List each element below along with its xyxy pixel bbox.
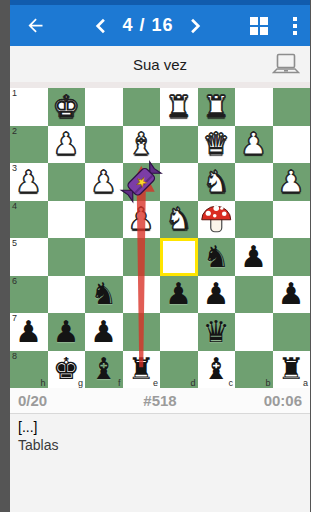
black-pawn: ♟ — [10, 313, 48, 351]
square-a6[interactable]: ♟ — [273, 276, 311, 314]
turn-banner-text: Sua vez — [133, 56, 187, 73]
file-label-a: a — [303, 378, 308, 388]
square-b1[interactable] — [235, 88, 273, 126]
square-b6[interactable] — [235, 276, 273, 314]
chevron-left-icon — [91, 16, 111, 36]
prev-position-button[interactable] — [88, 9, 114, 43]
square-b8[interactable]: b — [235, 351, 273, 389]
square-g2[interactable]: ♟ — [48, 126, 86, 164]
square-b5[interactable]: ♟ — [235, 238, 273, 276]
square-f5[interactable] — [85, 238, 123, 276]
square-g5[interactable] — [48, 238, 86, 276]
black-rook: ♜ — [273, 351, 311, 389]
square-g7[interactable]: ♟ — [48, 313, 86, 351]
square-a7[interactable] — [273, 313, 311, 351]
square-a5[interactable] — [273, 238, 311, 276]
rank-label-4: 4 — [12, 201, 17, 211]
back-button[interactable] — [20, 9, 50, 43]
square-g4[interactable] — [48, 201, 86, 239]
square-a3[interactable]: ♟ — [273, 163, 311, 201]
black-pawn: ♟ — [160, 276, 198, 314]
square-g8[interactable]: ♚g — [48, 351, 86, 389]
arrow-left-icon — [25, 15, 46, 36]
black-rook: ♜ — [123, 351, 161, 389]
square-c7[interactable]: ♛ — [198, 313, 236, 351]
white-pawn: ♟ — [235, 126, 273, 164]
square-f1[interactable] — [85, 88, 123, 126]
square-c3[interactable]: ♞ — [198, 163, 236, 201]
square-g1[interactable]: ♚ — [48, 88, 86, 126]
square-f4[interactable] — [85, 201, 123, 239]
square-h5[interactable]: 5 — [10, 238, 48, 276]
white-knight: ♞ — [198, 163, 236, 201]
square-h3[interactable]: ♟3 — [10, 163, 48, 201]
square-b4[interactable] — [235, 201, 273, 239]
app-screen: 4 / 16 Sua vez 1♚♜♜2♟♝♛♟♟3♟♞♟4♟♞5♞♟6♞♟♟♟… — [10, 0, 310, 512]
black-pawn: ♟ — [273, 276, 311, 314]
square-b2[interactable]: ♟ — [235, 126, 273, 164]
square-d5[interactable] — [160, 238, 198, 276]
square-e7[interactable] — [123, 313, 161, 351]
rank-label-3: 3 — [12, 163, 17, 173]
square-d1[interactable]: ♜ — [160, 88, 198, 126]
file-label-h: h — [40, 378, 45, 388]
turn-banner: Sua vez — [10, 46, 310, 82]
engine-button[interactable] — [272, 53, 300, 79]
square-d2[interactable] — [160, 126, 198, 164]
square-h4[interactable]: 4 — [10, 201, 48, 239]
laptop-icon — [272, 53, 300, 75]
rank-label-5: 5 — [12, 238, 17, 248]
square-b3[interactable] — [235, 163, 273, 201]
square-h6[interactable]: 6 — [10, 276, 48, 314]
square-g6[interactable] — [48, 276, 86, 314]
square-d3[interactable] — [160, 163, 198, 201]
square-d6[interactable]: ♟ — [160, 276, 198, 314]
square-d4[interactable]: ♞ — [160, 201, 198, 239]
square-c8[interactable]: ♝c — [198, 351, 236, 389]
square-g3[interactable] — [48, 163, 86, 201]
square-f7[interactable]: ♟ — [85, 313, 123, 351]
white-knight: ♞ — [160, 201, 198, 239]
rank-label-6: 6 — [12, 276, 17, 286]
white-queen: ♛ — [198, 126, 236, 164]
square-b7[interactable] — [235, 313, 273, 351]
square-f3[interactable]: ♟ — [85, 163, 123, 201]
timer-text: 00:06 — [207, 392, 310, 409]
white-pawn: ♟ — [123, 201, 161, 239]
black-king: ♚ — [48, 351, 86, 389]
white-rook: ♜ — [198, 88, 236, 126]
white-bishop: ♝ — [123, 126, 161, 164]
white-pawn: ♟ — [273, 163, 311, 201]
square-f6[interactable]: ♞ — [85, 276, 123, 314]
file-label-b: b — [265, 378, 270, 388]
moves-panel: [...] Tablas — [10, 414, 310, 512]
grid-icon — [250, 17, 268, 35]
black-pawn: ♟ — [198, 276, 236, 314]
chevron-right-icon — [185, 16, 205, 36]
kebab-menu-icon — [293, 17, 297, 35]
square-a1[interactable] — [273, 88, 311, 126]
black-pawn: ♟ — [85, 313, 123, 351]
black-knight: ♞ — [85, 276, 123, 314]
square-d8[interactable]: d — [160, 351, 198, 389]
black-bishop: ♝ — [85, 351, 123, 389]
position-counter: 4 / 16 — [122, 15, 173, 36]
app-bar: 4 / 16 — [10, 5, 310, 46]
square-e2[interactable]: ♝ — [123, 126, 161, 164]
square-e4[interactable]: ♟ — [123, 201, 161, 239]
square-h2[interactable]: 2 — [10, 126, 48, 164]
square-e5[interactable] — [123, 238, 161, 276]
square-a2[interactable] — [273, 126, 311, 164]
square-c1[interactable]: ♜ — [198, 88, 236, 126]
square-e6[interactable] — [123, 276, 161, 314]
moves-ellipsis-item[interactable]: [...] — [18, 418, 302, 436]
rank-label-2: 2 — [12, 126, 17, 136]
file-label-d: d — [190, 378, 195, 388]
black-pawn: ♟ — [235, 238, 273, 276]
position-list-button[interactable] — [246, 9, 272, 43]
square-c5[interactable]: ♞ — [198, 238, 236, 276]
rank-label-8: 8 — [12, 351, 17, 361]
file-label-f: f — [118, 378, 121, 388]
white-pawn: ♟ — [48, 126, 86, 164]
next-position-button[interactable] — [182, 9, 208, 43]
black-queen: ♛ — [198, 313, 236, 351]
square-h8[interactable]: 8h — [10, 351, 48, 389]
square-a4[interactable] — [273, 201, 311, 239]
square-e8[interactable]: ♜e — [123, 351, 161, 389]
square-h7[interactable]: ♟7 — [10, 313, 48, 351]
black-bishop: ♝ — [198, 351, 236, 389]
file-label-e: e — [153, 378, 158, 388]
result-text: Tablas — [18, 436, 302, 455]
score-text: 0/20 — [10, 392, 113, 409]
square-h1[interactable]: 1 — [10, 88, 48, 126]
rank-label-7: 7 — [12, 313, 17, 323]
square-f8[interactable]: ♝f — [85, 351, 123, 389]
puzzle-number: #518 — [113, 392, 208, 409]
chess-board: 1♚♜♜2♟♝♛♟♟3♟♞♟4♟♞5♞♟6♞♟♟♟♟7♟♟♛8h♚g♝f♜ed♝… — [10, 88, 310, 388]
square-e3[interactable] — [123, 163, 161, 201]
square-c2[interactable]: ♛ — [198, 126, 236, 164]
black-knight: ♞ — [198, 238, 236, 276]
rank-label-1: 1 — [12, 88, 17, 98]
status-bar: 0/20 #518 00:06 — [10, 388, 310, 414]
white-pawn: ♟ — [85, 163, 123, 201]
white-pawn: ♟ — [10, 163, 48, 201]
white-rook: ♜ — [160, 88, 198, 126]
square-c6[interactable]: ♟ — [198, 276, 236, 314]
overflow-menu-button[interactable] — [286, 9, 304, 43]
square-c4[interactable] — [198, 201, 236, 239]
black-pawn: ♟ — [48, 313, 86, 351]
square-d7[interactable] — [160, 313, 198, 351]
file-label-c: c — [229, 378, 234, 388]
file-label-g: g — [78, 378, 83, 388]
square-e1[interactable] — [123, 88, 161, 126]
square-a8[interactable]: ♜a — [273, 351, 311, 389]
square-f2[interactable] — [85, 126, 123, 164]
white-king: ♚ — [48, 88, 86, 126]
